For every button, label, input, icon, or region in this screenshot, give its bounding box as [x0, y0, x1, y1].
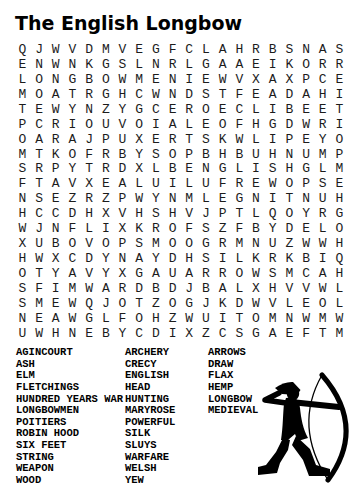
grid-cell[interactable]: H: [331, 191, 348, 206]
grid-cell[interactable]: L: [248, 132, 265, 147]
grid-cell[interactable]: U: [114, 132, 131, 147]
grid-cell[interactable]: T: [181, 132, 198, 147]
grid-cell[interactable]: E: [97, 176, 114, 191]
grid-cell[interactable]: B: [298, 251, 315, 266]
grid-cell[interactable]: M: [14, 147, 31, 162]
grid-cell[interactable]: S: [148, 206, 165, 221]
grid-cell[interactable]: N: [281, 311, 298, 326]
grid-cell[interactable]: N: [81, 102, 98, 117]
grid-cell[interactable]: E: [47, 296, 64, 311]
grid-cell[interactable]: W: [231, 132, 248, 147]
grid-cell[interactable]: A: [231, 57, 248, 72]
grid-cell[interactable]: A: [47, 87, 64, 102]
grid-cell[interactable]: V: [64, 42, 81, 57]
grid-cell[interactable]: H: [314, 87, 331, 102]
grid-cell[interactable]: B: [114, 147, 131, 162]
grid-cell[interactable]: O: [31, 72, 48, 87]
grid-cell[interactable]: E: [198, 117, 215, 132]
grid-cell[interactable]: G: [97, 87, 114, 102]
grid-cell[interactable]: H: [281, 162, 298, 177]
grid-cell[interactable]: X: [248, 281, 265, 296]
grid-cell[interactable]: V: [231, 72, 248, 87]
grid-cell[interactable]: E: [31, 102, 48, 117]
grid-cell[interactable]: N: [114, 251, 131, 266]
grid-cell[interactable]: I: [148, 117, 165, 132]
grid-cell[interactable]: T: [131, 296, 148, 311]
grid-cell[interactable]: C: [131, 326, 148, 341]
grid-cell[interactable]: F: [231, 221, 248, 236]
grid-cell[interactable]: A: [114, 176, 131, 191]
grid-cell[interactable]: G: [64, 72, 81, 87]
grid-cell[interactable]: C: [314, 72, 331, 87]
grid-cell[interactable]: R: [81, 87, 98, 102]
grid-cell[interactable]: L: [148, 162, 165, 177]
grid-cell[interactable]: W: [248, 296, 265, 311]
grid-cell[interactable]: N: [164, 191, 181, 206]
grid-cell[interactable]: A: [214, 281, 231, 296]
grid-cell[interactable]: G: [198, 57, 215, 72]
grid-cell[interactable]: Y: [47, 266, 64, 281]
grid-cell[interactable]: M: [14, 87, 31, 102]
grid-cell[interactable]: D: [231, 296, 248, 311]
grid-cell[interactable]: C: [47, 206, 64, 221]
grid-cell[interactable]: R: [198, 266, 215, 281]
grid-cell[interactable]: X: [131, 162, 148, 177]
grid-cell[interactable]: F: [64, 221, 81, 236]
grid-cell[interactable]: L: [181, 57, 198, 72]
grid-cell[interactable]: G: [97, 57, 114, 72]
grid-cell[interactable]: Y: [114, 326, 131, 341]
grid-cell[interactable]: U: [148, 176, 165, 191]
grid-cell[interactable]: X: [114, 266, 131, 281]
grid-cell[interactable]: S: [198, 132, 215, 147]
grid-cell[interactable]: Y: [131, 147, 148, 162]
grid-cell[interactable]: I: [214, 251, 231, 266]
grid-cell[interactable]: W: [31, 251, 48, 266]
grid-cell[interactable]: D: [148, 326, 165, 341]
grid-cell[interactable]: H: [331, 236, 348, 251]
grid-cell[interactable]: I: [164, 326, 181, 341]
grid-cell[interactable]: X: [181, 326, 198, 341]
grid-cell[interactable]: H: [14, 206, 31, 221]
grid-cell[interactable]: A: [214, 57, 231, 72]
grid-cell[interactable]: G: [81, 311, 98, 326]
grid-cell[interactable]: E: [14, 57, 31, 72]
grid-cell[interactable]: M: [97, 42, 114, 57]
grid-cell[interactable]: U: [264, 236, 281, 251]
grid-cell[interactable]: C: [214, 326, 231, 341]
grid-cell[interactable]: A: [64, 266, 81, 281]
grid-cell[interactable]: S: [264, 162, 281, 177]
grid-cell[interactable]: S: [198, 251, 215, 266]
grid-cell[interactable]: B: [47, 236, 64, 251]
grid-cell[interactable]: Z: [281, 236, 298, 251]
grid-cell[interactable]: I: [331, 87, 348, 102]
grid-cell[interactable]: O: [131, 311, 148, 326]
grid-cell[interactable]: S: [314, 176, 331, 191]
grid-cell[interactable]: K: [81, 57, 98, 72]
grid-cell[interactable]: E: [298, 296, 315, 311]
grid-cell[interactable]: C: [31, 206, 48, 221]
grid-cell[interactable]: P: [114, 191, 131, 206]
grid-cell[interactable]: N: [164, 72, 181, 87]
grid-cell[interactable]: G: [264, 117, 281, 132]
grid-cell[interactable]: I: [97, 221, 114, 236]
grid-cell[interactable]: M: [331, 162, 348, 177]
grid-cell[interactable]: M: [231, 236, 248, 251]
grid-cell[interactable]: D: [164, 281, 181, 296]
grid-cell[interactable]: E: [298, 132, 315, 147]
grid-cell[interactable]: Z: [214, 221, 231, 236]
grid-cell[interactable]: V: [281, 281, 298, 296]
grid-cell[interactable]: W: [14, 221, 31, 236]
grid-cell[interactable]: Z: [64, 191, 81, 206]
grid-cell[interactable]: V: [114, 117, 131, 132]
grid-cell[interactable]: W: [31, 326, 48, 341]
grid-cell[interactable]: A: [264, 326, 281, 341]
grid-cell[interactable]: S: [198, 87, 215, 102]
grid-cell[interactable]: A: [148, 266, 165, 281]
grid-cell[interactable]: H: [131, 206, 148, 221]
grid-cell[interactable]: S: [114, 57, 131, 72]
grid-cell[interactable]: B: [198, 281, 215, 296]
grid-cell[interactable]: D: [181, 87, 198, 102]
grid-cell[interactable]: B: [148, 281, 165, 296]
grid-cell[interactable]: H: [47, 326, 64, 341]
grid-cell[interactable]: U: [14, 326, 31, 341]
grid-cell[interactable]: L: [181, 176, 198, 191]
grid-cell[interactable]: N: [64, 326, 81, 341]
grid-cell[interactable]: E: [298, 102, 315, 117]
grid-cell[interactable]: P: [214, 206, 231, 221]
grid-cell[interactable]: H: [248, 117, 265, 132]
grid-cell[interactable]: W: [264, 176, 281, 191]
grid-cell[interactable]: K: [47, 147, 64, 162]
grid-cell[interactable]: S: [14, 281, 31, 296]
grid-cell[interactable]: A: [314, 266, 331, 281]
grid-cell[interactable]: R: [314, 57, 331, 72]
grid-cell[interactable]: K: [248, 251, 265, 266]
grid-cell[interactable]: O: [181, 236, 198, 251]
grid-cell[interactable]: W: [314, 236, 331, 251]
grid-cell[interactable]: N: [47, 72, 64, 87]
grid-cell[interactable]: O: [198, 102, 215, 117]
grid-cell[interactable]: F: [181, 221, 198, 236]
grid-cell[interactable]: T: [231, 311, 248, 326]
grid-cell[interactable]: N: [148, 57, 165, 72]
grid-cell[interactable]: O: [64, 236, 81, 251]
grid-cell[interactable]: S: [198, 221, 215, 236]
grid-cell[interactable]: P: [47, 162, 64, 177]
grid-cell[interactable]: W: [131, 191, 148, 206]
grid-cell[interactable]: M: [31, 296, 48, 311]
grid-cell[interactable]: S: [264, 266, 281, 281]
grid-cell[interactable]: E: [248, 87, 265, 102]
grid-cell[interactable]: P: [114, 236, 131, 251]
grid-cell[interactable]: G: [181, 296, 198, 311]
grid-cell[interactable]: P: [281, 132, 298, 147]
grid-cell[interactable]: E: [31, 311, 48, 326]
grid-cell[interactable]: E: [331, 176, 348, 191]
grid-cell[interactable]: B: [248, 221, 265, 236]
grid-cell[interactable]: O: [81, 117, 98, 132]
grid-cell[interactable]: R: [31, 162, 48, 177]
grid-cell[interactable]: O: [281, 176, 298, 191]
grid-cell[interactable]: N: [281, 147, 298, 162]
grid-cell[interactable]: O: [31, 87, 48, 102]
grid-cell[interactable]: R: [214, 266, 231, 281]
grid-cell[interactable]: A: [314, 42, 331, 57]
grid-cell[interactable]: Q: [81, 296, 98, 311]
grid-cell[interactable]: H: [264, 147, 281, 162]
grid-cell[interactable]: R: [114, 281, 131, 296]
grid-cell[interactable]: I: [264, 102, 281, 117]
grid-cell[interactable]: I: [314, 251, 331, 266]
grid-cell[interactable]: E: [131, 42, 148, 57]
grid-cell[interactable]: C: [131, 87, 148, 102]
grid-cell[interactable]: I: [264, 57, 281, 72]
grid-cell[interactable]: A: [97, 281, 114, 296]
grid-cell[interactable]: M: [64, 281, 81, 296]
grid-cell[interactable]: E: [198, 72, 215, 87]
grid-cell[interactable]: O: [331, 132, 348, 147]
grid-cell[interactable]: N: [64, 57, 81, 72]
grid-cell[interactable]: P: [298, 176, 315, 191]
grid-cell[interactable]: U: [31, 236, 48, 251]
grid-cell[interactable]: H: [181, 251, 198, 266]
grid-cell[interactable]: T: [31, 176, 48, 191]
grid-cell[interactable]: M: [264, 311, 281, 326]
grid-cell[interactable]: H: [164, 206, 181, 221]
grid-cell[interactable]: X: [131, 132, 148, 147]
grid-cell[interactable]: M: [314, 311, 331, 326]
grid-cell[interactable]: R: [47, 132, 64, 147]
grid-cell[interactable]: S: [331, 42, 348, 57]
grid-cell[interactable]: R: [164, 132, 181, 147]
grid-cell[interactable]: S: [14, 296, 31, 311]
grid-cell[interactable]: F: [214, 176, 231, 191]
grid-cell[interactable]: W: [64, 311, 81, 326]
grid-cell[interactable]: W: [114, 72, 131, 87]
grid-cell[interactable]: F: [231, 87, 248, 102]
grid-cell[interactable]: O: [248, 311, 265, 326]
grid-cell[interactable]: O: [131, 117, 148, 132]
grid-cell[interactable]: F: [298, 326, 315, 341]
grid-cell[interactable]: D: [64, 206, 81, 221]
grid-cell[interactable]: W: [298, 236, 315, 251]
grid-cell[interactable]: O: [164, 236, 181, 251]
grid-cell[interactable]: M: [281, 266, 298, 281]
grid-cell[interactable]: J: [81, 132, 98, 147]
grid-cell[interactable]: B: [97, 326, 114, 341]
grid-cell[interactable]: L: [231, 281, 248, 296]
grid-cell[interactable]: R: [97, 147, 114, 162]
grid-cell[interactable]: N: [164, 87, 181, 102]
grid-cell[interactable]: O: [281, 206, 298, 221]
grid-cell[interactable]: H: [14, 251, 31, 266]
grid-cell[interactable]: C: [64, 251, 81, 266]
grid-cell[interactable]: B: [264, 42, 281, 57]
grid-cell[interactable]: U: [198, 311, 215, 326]
grid-cell[interactable]: I: [264, 191, 281, 206]
grid-cell[interactable]: A: [47, 176, 64, 191]
grid-cell[interactable]: X: [281, 72, 298, 87]
grid-cell[interactable]: X: [81, 176, 98, 191]
grid-cell[interactable]: L: [281, 296, 298, 311]
grid-cell[interactable]: S: [231, 326, 248, 341]
grid-cell[interactable]: T: [81, 162, 98, 177]
grid-cell[interactable]: X: [248, 72, 265, 87]
grid-cell[interactable]: C: [231, 102, 248, 117]
grid-cell[interactable]: J: [97, 296, 114, 311]
grid-cell[interactable]: T: [214, 87, 231, 102]
grid-cell[interactable]: J: [198, 296, 215, 311]
grid-cell[interactable]: G: [148, 42, 165, 57]
grid-cell[interactable]: W: [298, 311, 315, 326]
grid-cell[interactable]: C: [148, 102, 165, 117]
grid-cell[interactable]: L: [81, 221, 98, 236]
grid-cell[interactable]: L: [97, 311, 114, 326]
grid-cell[interactable]: K: [131, 221, 148, 236]
grid-cell[interactable]: Y: [264, 221, 281, 236]
grid-cell[interactable]: F: [164, 42, 181, 57]
grid-cell[interactable]: L: [331, 296, 348, 311]
grid-cell[interactable]: O: [214, 117, 231, 132]
grid-cell[interactable]: I: [264, 132, 281, 147]
grid-cell[interactable]: U: [198, 176, 215, 191]
grid-cell[interactable]: Y: [114, 102, 131, 117]
grid-cell[interactable]: S: [281, 42, 298, 57]
grid-cell[interactable]: O: [231, 266, 248, 281]
grid-cell[interactable]: J: [198, 206, 215, 221]
grid-cell[interactable]: L: [231, 251, 248, 266]
grid-cell[interactable]: G: [331, 206, 348, 221]
grid-cell[interactable]: E: [214, 102, 231, 117]
grid-cell[interactable]: A: [164, 117, 181, 132]
grid-cell[interactable]: F: [114, 311, 131, 326]
grid-cell[interactable]: R: [331, 57, 348, 72]
grid-cell[interactable]: A: [298, 87, 315, 102]
grid-cell[interactable]: U: [164, 266, 181, 281]
grid-cell[interactable]: H: [114, 87, 131, 102]
grid-cell[interactable]: L: [314, 162, 331, 177]
grid-cell[interactable]: P: [97, 132, 114, 147]
grid-cell[interactable]: I: [47, 281, 64, 296]
grid-cell[interactable]: G: [248, 326, 265, 341]
grid-cell[interactable]: V: [114, 42, 131, 57]
grid-cell[interactable]: P: [331, 147, 348, 162]
grid-cell[interactable]: Y: [148, 251, 165, 266]
grid-cell[interactable]: G: [214, 162, 231, 177]
grid-cell[interactable]: S: [131, 236, 148, 251]
grid-cell[interactable]: S: [148, 147, 165, 162]
grid-cell[interactable]: I: [331, 117, 348, 132]
grid-cell[interactable]: G: [298, 162, 315, 177]
grid-cell[interactable]: S: [14, 162, 31, 177]
grid-cell[interactable]: E: [148, 132, 165, 147]
grid-cell[interactable]: D: [81, 42, 98, 57]
grid-cell[interactable]: P: [298, 72, 315, 87]
grid-cell[interactable]: R: [248, 42, 265, 57]
grid-cell[interactable]: L: [231, 162, 248, 177]
grid-cell[interactable]: O: [164, 296, 181, 311]
grid-cell[interactable]: F: [231, 117, 248, 132]
grid-cell[interactable]: E: [181, 162, 198, 177]
grid-cell[interactable]: O: [114, 296, 131, 311]
grid-cell[interactable]: Y: [314, 132, 331, 147]
grid-cell[interactable]: T: [31, 266, 48, 281]
grid-cell[interactable]: Q: [331, 251, 348, 266]
grid-cell[interactable]: L: [331, 281, 348, 296]
grid-cell[interactable]: B: [281, 102, 298, 117]
grid-cell[interactable]: E: [314, 102, 331, 117]
grid-cell[interactable]: T: [31, 147, 48, 162]
grid-cell[interactable]: O: [97, 236, 114, 251]
grid-cell[interactable]: Q: [14, 42, 31, 57]
grid-cell[interactable]: E: [331, 72, 348, 87]
grid-cell[interactable]: R: [148, 221, 165, 236]
grid-cell[interactable]: A: [64, 132, 81, 147]
grid-cell[interactable]: W: [331, 311, 348, 326]
grid-cell[interactable]: R: [81, 191, 98, 206]
grid-cell[interactable]: Y: [97, 251, 114, 266]
grid-cell[interactable]: L: [14, 72, 31, 87]
grid-cell[interactable]: E: [281, 326, 298, 341]
grid-cell[interactable]: T: [331, 102, 348, 117]
grid-cell[interactable]: E: [148, 72, 165, 87]
grid-cell[interactable]: L: [131, 57, 148, 72]
grid-cell[interactable]: E: [298, 221, 315, 236]
grid-cell[interactable]: B: [81, 72, 98, 87]
grid-cell[interactable]: Y: [97, 266, 114, 281]
grid-cell[interactable]: L: [248, 102, 265, 117]
grid-cell[interactable]: W: [148, 87, 165, 102]
grid-cell[interactable]: D: [81, 251, 98, 266]
grid-cell[interactable]: A: [31, 132, 48, 147]
grid-cell[interactable]: S: [31, 191, 48, 206]
grid-cell[interactable]: H: [81, 206, 98, 221]
grid-cell[interactable]: L: [314, 221, 331, 236]
grid-cell[interactable]: U: [314, 191, 331, 206]
grid-cell[interactable]: I: [214, 311, 231, 326]
grid-cell[interactable]: N: [14, 191, 31, 206]
grid-cell[interactable]: V: [64, 176, 81, 191]
grid-cell[interactable]: Y: [64, 162, 81, 177]
grid-cell[interactable]: V: [81, 266, 98, 281]
grid-cell[interactable]: D: [131, 281, 148, 296]
grid-cell[interactable]: I: [64, 117, 81, 132]
grid-cell[interactable]: Z: [148, 296, 165, 311]
grid-cell[interactable]: R: [264, 251, 281, 266]
grid-cell[interactable]: N: [198, 162, 215, 177]
grid-cell[interactable]: E: [214, 191, 231, 206]
grid-cell[interactable]: A: [181, 266, 198, 281]
grid-cell[interactable]: D: [164, 251, 181, 266]
grid-cell[interactable]: Y: [148, 191, 165, 206]
grid-cell[interactable]: K: [281, 251, 298, 266]
grid-cell[interactable]: A: [264, 72, 281, 87]
grid-cell[interactable]: W: [47, 102, 64, 117]
grid-cell[interactable]: V: [81, 236, 98, 251]
grid-cell[interactable]: L: [198, 42, 215, 57]
grid-cell[interactable]: G: [131, 102, 148, 117]
grid-cell[interactable]: R: [97, 162, 114, 177]
grid-cell[interactable]: M: [181, 191, 198, 206]
grid-cell[interactable]: X: [14, 236, 31, 251]
grid-cell[interactable]: H: [264, 281, 281, 296]
grid-cell[interactable]: X: [47, 251, 64, 266]
grid-cell[interactable]: G: [198, 236, 215, 251]
